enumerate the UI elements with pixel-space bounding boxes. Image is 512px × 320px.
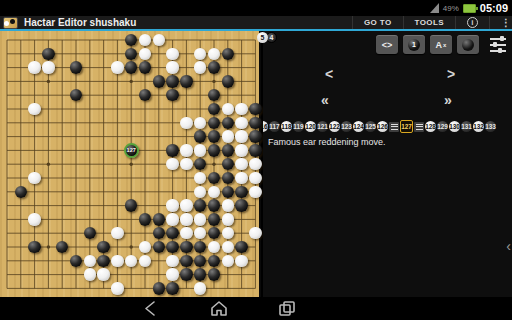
black-stone[interactable] [70,61,82,73]
black-stone[interactable] [208,268,220,280]
move-chip[interactable]: 130 [449,121,460,132]
next-move-button[interactable]: > [447,66,455,82]
white-stone[interactable] [166,61,178,73]
settings-sliders-icon[interactable] [490,38,506,52]
white-stone[interactable] [42,61,54,73]
panel-drawer-handle[interactable]: ‹ [506,238,511,254]
white-stone[interactable] [222,130,234,142]
black-stone[interactable] [180,75,192,87]
move-chip[interactable]: 117 [269,121,280,132]
black-stone[interactable] [208,213,220,225]
white-stone[interactable] [194,61,206,73]
white-stone[interactable] [222,103,234,115]
black-stone[interactable] [222,172,234,184]
white-stone[interactable] [166,268,178,280]
white-stone[interactable] [249,186,261,198]
info-button[interactable]: i [455,16,489,29]
signal-icon [430,3,439,13]
side-panel: 5 4 <> 1 Ax < > « » 11611711811912012112… [263,31,512,297]
status-bar: 49% 05:09 [0,0,512,16]
black-stone[interactable] [208,255,220,267]
white-stone[interactable] [235,144,247,156]
black-stone[interactable] [180,268,192,280]
white-stone[interactable] [166,199,178,211]
white-stone[interactable] [111,227,123,239]
white-stone[interactable] [84,255,96,267]
black-stone[interactable] [249,117,261,129]
white-stone[interactable] [235,255,247,267]
overflow-menu-icon[interactable]: ⋮ [489,16,512,29]
white-stone[interactable] [249,172,261,184]
white-stone[interactable] [166,158,178,170]
stone-tool-button[interactable] [457,35,479,54]
black-stone[interactable] [166,282,178,294]
goto-button[interactable]: GO TO [352,16,403,29]
comment-node-icon[interactable] [389,122,399,132]
white-stone[interactable] [139,48,151,60]
black-stone[interactable] [180,255,192,267]
white-stone[interactable] [28,103,40,115]
black-stone[interactable] [235,199,247,211]
labels-button[interactable]: Ax [430,35,452,54]
action-bar: Hactar Editor shushaku GO TO TOOLS i ⋮ [0,16,512,31]
white-stone[interactable] [249,227,261,239]
black-stone[interactable] [166,75,178,87]
black-stone[interactable] [235,241,247,253]
tools-button[interactable]: TOOLS [403,16,455,29]
black-stone[interactable] [208,61,220,73]
black-stone[interactable] [194,268,206,280]
white-stone[interactable] [235,117,247,129]
white-stone[interactable] [235,103,247,115]
black-stone[interactable] [180,241,192,253]
black-stone[interactable] [153,213,165,225]
black-stone[interactable] [222,186,234,198]
recents-button[interactable] [278,300,296,317]
black-stone[interactable] [97,255,109,267]
white-stone[interactable] [28,172,40,184]
app-root: 49% 05:09 Hactar Editor shushaku GO TO T… [0,0,512,320]
back-button[interactable] [142,300,160,317]
white-stone[interactable] [180,117,192,129]
info-icon: i [467,17,478,28]
black-stone[interactable] [153,241,165,253]
move-chip[interactable]: 118 [281,121,292,132]
white-stone[interactable] [180,213,192,225]
black-stone[interactable] [42,48,54,60]
black-stone[interactable] [222,144,234,156]
android-nav-bar [0,297,512,320]
white-stone[interactable] [180,158,192,170]
move-chip[interactable]: 120 [305,121,316,132]
last-move-button[interactable]: » [444,92,452,108]
white-stone[interactable] [111,282,123,294]
move-comment: Famous ear reddening move. [268,137,386,147]
black-stone[interactable] [194,130,206,142]
app-title: Hactar Editor shushaku [24,17,136,28]
white-stone[interactable] [249,158,261,170]
app-icon [3,17,18,29]
white-stone[interactable] [235,172,247,184]
white-stone[interactable] [180,199,192,211]
white-stone[interactable] [222,241,234,253]
prev-move-button[interactable]: < [325,66,333,82]
sgf-code-button[interactable]: <> [376,35,398,54]
white-stone[interactable] [139,255,151,267]
white-stone[interactable] [111,61,123,73]
move-number-label: 127 [127,147,136,153]
black-stone[interactable] [28,241,40,253]
black-stone[interactable] [222,117,234,129]
black-stone-icon [462,39,474,51]
current-move-chip[interactable]: 127 [400,120,413,133]
move-chip[interactable]: 133 [485,121,496,132]
black-stone[interactable] [194,199,206,211]
black-stone[interactable] [166,144,178,156]
black-stone[interactable] [235,186,247,198]
battery-icon [463,4,476,13]
move-chip[interactable]: 125 [365,121,376,132]
black-stone[interactable] [249,130,261,142]
numbered-stone-icon: 1 [408,39,420,51]
white-stone[interactable] [222,199,234,211]
white-stone[interactable] [111,255,123,267]
white-stone[interactable] [166,48,178,60]
black-stone[interactable] [208,144,220,156]
black-stone[interactable] [125,61,137,73]
black-stone[interactable] [166,227,178,239]
black-stone[interactable] [70,255,82,267]
go-board[interactable]: 127 [0,31,261,297]
move-chip[interactable]: 124 [353,121,364,132]
capture-counts: 5 4 [257,32,277,43]
home-icon [210,300,228,317]
white-stone[interactable] [180,144,192,156]
black-stone[interactable] [166,89,178,101]
black-stone[interactable] [139,213,151,225]
move-number-strip[interactable]: 1161171181191201211221231241251261271281… [263,119,512,134]
white-stone[interactable] [208,186,220,198]
white-stone[interactable] [97,268,109,280]
black-stone[interactable] [249,144,261,156]
black-stone[interactable] [208,117,220,129]
white-stone[interactable] [194,213,206,225]
white-stone[interactable] [166,213,178,225]
move-chip[interactable]: 121 [317,121,328,132]
last-move-stone[interactable]: 127 [124,143,139,158]
black-stone[interactable] [153,282,165,294]
black-stone[interactable] [249,103,261,115]
move-chip[interactable]: 131 [461,121,472,132]
move-chip[interactable]: 126 [377,121,388,132]
recents-icon [278,300,296,317]
white-capture-count: 5 [257,32,268,43]
white-stone[interactable] [153,34,165,46]
white-stone[interactable] [208,48,220,60]
black-stone[interactable] [166,241,178,253]
black-stone[interactable] [208,130,220,142]
white-stone[interactable] [235,130,247,142]
white-stone[interactable] [84,268,96,280]
clock: 05:09 [480,2,508,14]
white-stone[interactable] [166,255,178,267]
move-numbers-button[interactable]: 1 [403,35,425,54]
move-chip[interactable]: 116 [263,121,268,132]
white-stone[interactable] [28,213,40,225]
white-stone[interactable] [194,144,206,156]
white-stone[interactable] [222,255,234,267]
black-stone[interactable] [97,241,109,253]
move-chip[interactable]: 119 [293,121,304,132]
move-chip[interactable]: 123 [341,121,352,132]
white-stone[interactable] [222,213,234,225]
black-stone[interactable] [222,48,234,60]
move-chip[interactable]: 122 [329,121,340,132]
back-icon [142,300,160,317]
black-stone[interactable] [125,199,137,211]
black-stone[interactable] [139,61,151,73]
move-chip[interactable]: 128 [425,121,436,132]
white-stone[interactable] [235,158,247,170]
move-chip[interactable]: 129 [437,121,448,132]
first-move-button[interactable]: « [321,92,329,108]
home-button[interactable] [210,300,228,317]
battery-percent: 49% [443,4,459,13]
black-stone[interactable] [208,199,220,211]
move-chip[interactable]: 132 [473,121,484,132]
white-stone[interactable] [194,282,206,294]
white-stone[interactable] [28,61,40,73]
black-stone[interactable] [153,75,165,87]
comment-node-icon[interactable] [414,122,424,132]
black-stone[interactable] [222,75,234,87]
black-stone[interactable] [15,186,27,198]
white-stone[interactable] [180,227,192,239]
